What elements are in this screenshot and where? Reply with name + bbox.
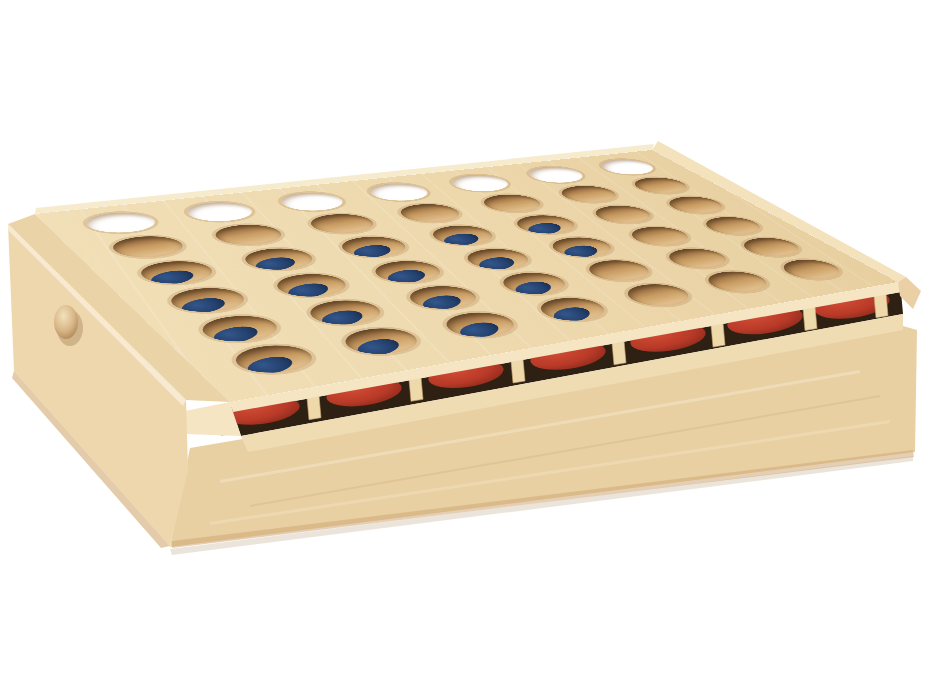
wooden-connect-four-box-photo (0, 0, 928, 686)
drawer-knob (54, 305, 78, 339)
left-end-panel (8, 224, 188, 546)
left-panel-art (0, 0, 928, 686)
